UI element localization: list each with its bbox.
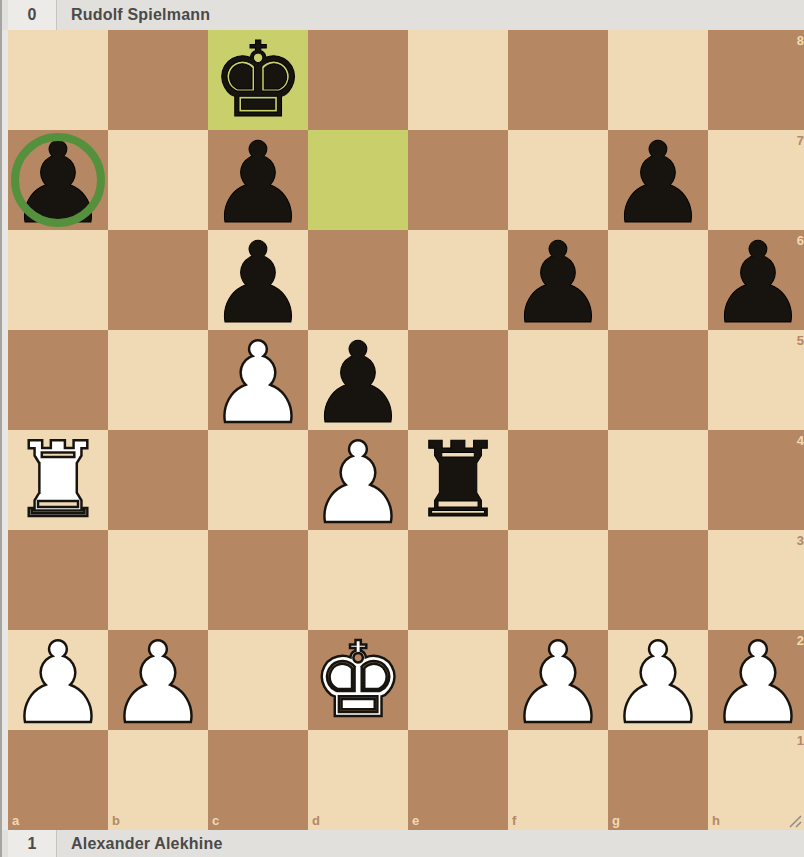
top-player-name: Rudolf Spielmann — [71, 0, 210, 30]
piece-black-pawn[interactable]: ♟ — [8, 133, 108, 233]
square-c2[interactable] — [208, 630, 308, 730]
square-c5[interactable]: ♟ — [208, 330, 308, 430]
square-f7[interactable] — [508, 130, 608, 230]
square-g7[interactable]: ♟ — [608, 130, 708, 230]
square-d4[interactable]: ♟ — [308, 430, 408, 530]
resize-grip-icon — [787, 813, 802, 828]
square-c8[interactable]: ♚ — [208, 30, 308, 130]
square-f8[interactable] — [508, 30, 608, 130]
coord-file-g: g — [612, 813, 620, 828]
coord-rank-4: 4 — [797, 433, 804, 448]
coord-file-e: e — [412, 813, 419, 828]
square-c1[interactable]: c — [208, 730, 308, 830]
square-a3[interactable] — [8, 530, 108, 630]
chess-board[interactable]: ♚8♟♟♟7♟♟♟6♟♟5♜♟♜43♟♟♚♟♟♟2abcdefgh1 — [8, 30, 804, 830]
bottom-player-score: 1 — [8, 830, 57, 857]
square-f2[interactable]: ♟ — [508, 630, 608, 730]
piece-white-king[interactable]: ♚ — [308, 630, 408, 730]
square-g5[interactable] — [608, 330, 708, 430]
square-b2[interactable]: ♟ — [108, 630, 208, 730]
square-h7[interactable]: 7 — [708, 130, 804, 230]
player-bar-bottom: 1 Alexander Alekhine — [0, 830, 804, 857]
square-a2[interactable]: ♟ — [8, 630, 108, 730]
square-a4[interactable]: ♜ — [8, 430, 108, 530]
coord-file-h: h — [712, 813, 720, 828]
square-b8[interactable] — [108, 30, 208, 130]
piece-black-rook[interactable]: ♜ — [408, 430, 508, 530]
piece-white-rook[interactable]: ♜ — [8, 430, 108, 530]
square-d1[interactable]: d — [308, 730, 408, 830]
square-h4[interactable]: 4 — [708, 430, 804, 530]
square-d7[interactable] — [308, 130, 408, 230]
window-edge — [0, 0, 2, 857]
board-grid: ♚8♟♟♟7♟♟♟6♟♟5♜♟♜43♟♟♚♟♟♟2abcdefgh1 — [8, 30, 804, 830]
square-e3[interactable] — [408, 530, 508, 630]
square-b3[interactable] — [108, 530, 208, 630]
coord-file-b: b — [112, 813, 120, 828]
square-b6[interactable] — [108, 230, 208, 330]
square-g3[interactable] — [608, 530, 708, 630]
square-e7[interactable] — [408, 130, 508, 230]
square-d5[interactable]: ♟ — [308, 330, 408, 430]
coord-file-c: c — [212, 813, 219, 828]
square-f3[interactable] — [508, 530, 608, 630]
piece-black-pawn[interactable]: ♟ — [708, 233, 804, 333]
square-a5[interactable] — [8, 330, 108, 430]
piece-white-pawn[interactable]: ♟ — [208, 333, 308, 433]
square-e4[interactable]: ♜ — [408, 430, 508, 530]
top-player-score: 0 — [8, 0, 57, 30]
square-b7[interactable] — [108, 130, 208, 230]
square-b4[interactable] — [108, 430, 208, 530]
square-d6[interactable] — [308, 230, 408, 330]
square-c3[interactable] — [208, 530, 308, 630]
square-h2[interactable]: ♟2 — [708, 630, 804, 730]
square-b5[interactable] — [108, 330, 208, 430]
piece-black-king[interactable]: ♚ — [208, 30, 308, 130]
square-g4[interactable] — [608, 430, 708, 530]
coord-rank-8: 8 — [797, 33, 804, 48]
square-h3[interactable]: 3 — [708, 530, 804, 630]
square-e8[interactable] — [408, 30, 508, 130]
square-g8[interactable] — [608, 30, 708, 130]
square-c6[interactable]: ♟ — [208, 230, 308, 330]
piece-white-pawn[interactable]: ♟ — [108, 633, 208, 733]
square-c7[interactable]: ♟ — [208, 130, 308, 230]
piece-white-pawn[interactable]: ♟ — [708, 633, 804, 733]
square-e2[interactable] — [408, 630, 508, 730]
coord-rank-7: 7 — [797, 133, 804, 148]
square-f6[interactable]: ♟ — [508, 230, 608, 330]
coord-rank-3: 3 — [797, 533, 804, 548]
piece-black-pawn[interactable]: ♟ — [608, 133, 708, 233]
coord-file-f: f — [512, 813, 516, 828]
player-bar-top: 0 Rudolf Spielmann — [0, 0, 804, 30]
square-d8[interactable] — [308, 30, 408, 130]
piece-white-pawn[interactable]: ♟ — [508, 633, 608, 733]
square-h8[interactable]: 8 — [708, 30, 804, 130]
square-a8[interactable] — [8, 30, 108, 130]
square-d2[interactable]: ♚ — [308, 630, 408, 730]
square-e1[interactable]: e — [408, 730, 508, 830]
square-e6[interactable] — [408, 230, 508, 330]
bottom-player-name: Alexander Alekhine — [71, 830, 223, 857]
board-resize-handle[interactable] — [787, 813, 802, 828]
square-a7[interactable]: ♟ — [8, 130, 108, 230]
coord-file-a: a — [12, 813, 19, 828]
piece-black-pawn[interactable]: ♟ — [508, 233, 608, 333]
piece-white-pawn[interactable]: ♟ — [8, 633, 108, 733]
square-f4[interactable] — [508, 430, 608, 530]
piece-white-pawn[interactable]: ♟ — [308, 433, 408, 533]
piece-white-pawn[interactable]: ♟ — [608, 633, 708, 733]
square-e5[interactable] — [408, 330, 508, 430]
coord-file-d: d — [312, 813, 320, 828]
square-g2[interactable]: ♟ — [608, 630, 708, 730]
square-h6[interactable]: ♟6 — [708, 230, 804, 330]
